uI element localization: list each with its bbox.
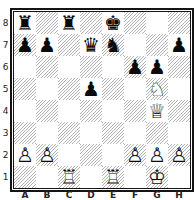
- square-c4: [58, 100, 80, 122]
- square-e1: ♜♖: [102, 166, 124, 188]
- square-f1: [124, 166, 146, 188]
- white-rook-e1: ♜♖: [102, 166, 124, 188]
- piece-glyph: ♟: [146, 56, 168, 78]
- piece-glyph: ♙: [124, 144, 146, 166]
- white-knight-g5: ♞♘: [146, 78, 168, 100]
- square-c3: [58, 122, 80, 144]
- square-f8: [124, 12, 146, 34]
- black-pawn-b7: ♟: [36, 34, 58, 56]
- square-e2: [102, 144, 124, 166]
- square-f4: [124, 100, 146, 122]
- white-pawn-h2: ♟♙: [168, 144, 190, 166]
- rank-label-7: 7: [0, 34, 11, 56]
- square-e8: ♚: [102, 12, 124, 34]
- square-e7: ♞: [102, 34, 124, 56]
- black-rook-c8: ♜: [58, 12, 80, 34]
- square-a8: ♜: [14, 12, 36, 34]
- white-pawn-g2: ♟♙: [146, 144, 168, 166]
- square-g5: ♞♘: [146, 78, 168, 100]
- piece-glyph: ♖: [102, 166, 124, 188]
- square-f7: [124, 34, 146, 56]
- square-a5: [14, 78, 36, 100]
- square-b2: ♟♙: [36, 144, 58, 166]
- square-d5: ♟: [80, 78, 102, 100]
- piece-glyph: ♕: [146, 100, 168, 122]
- square-a2: ♟♙: [14, 144, 36, 166]
- piece-glyph: ♔: [146, 166, 168, 188]
- piece-glyph: ♜: [58, 12, 80, 34]
- piece-glyph: ♟: [124, 56, 146, 78]
- rank-label-8: 8: [0, 12, 11, 34]
- white-king-g1: ♚♔: [146, 166, 168, 188]
- square-d8: [80, 12, 102, 34]
- rank-label-4: 4: [0, 100, 11, 122]
- rank-label-1: 1: [0, 166, 11, 188]
- white-pawn-a2: ♟♙: [14, 144, 36, 166]
- square-g8: [146, 12, 168, 34]
- file-label-e: E: [102, 191, 124, 200]
- square-e6: [102, 56, 124, 78]
- square-c7: [58, 34, 80, 56]
- square-e5: [102, 78, 124, 100]
- black-pawn-h7: ♟: [168, 34, 190, 56]
- square-d7: ♛: [80, 34, 102, 56]
- square-g7: [146, 34, 168, 56]
- square-c5: [58, 78, 80, 100]
- square-e4: [102, 100, 124, 122]
- square-h7: ♟: [168, 34, 190, 56]
- square-b4: [36, 100, 58, 122]
- file-label-g: G: [146, 191, 168, 200]
- black-pawn-a7: ♟: [14, 34, 36, 56]
- square-h1: [168, 166, 190, 188]
- piece-glyph: ♙: [146, 144, 168, 166]
- square-a3: [14, 122, 36, 144]
- white-pawn-b2: ♟♙: [36, 144, 58, 166]
- piece-glyph: ♙: [168, 144, 190, 166]
- square-h3: [168, 122, 190, 144]
- black-king-e8: ♚: [102, 12, 124, 34]
- square-g2: ♟♙: [146, 144, 168, 166]
- piece-glyph: ♘: [146, 78, 168, 100]
- square-d6: [80, 56, 102, 78]
- white-pawn-f2: ♟♙: [124, 144, 146, 166]
- black-knight-e7: ♞: [102, 34, 124, 56]
- square-f6: ♟: [124, 56, 146, 78]
- rank-label-2: 2: [0, 144, 11, 166]
- square-d1: [80, 166, 102, 188]
- square-h4: [168, 100, 190, 122]
- piece-glyph: ♟: [80, 78, 102, 100]
- file-labels: ABCDEFGH: [14, 191, 190, 200]
- file-label-d: D: [80, 191, 102, 200]
- square-f5: [124, 78, 146, 100]
- square-b3: [36, 122, 58, 144]
- piece-glyph: ♚: [102, 12, 124, 34]
- black-queen-d7: ♛: [80, 34, 102, 56]
- black-rook-a8: ♜: [14, 12, 36, 34]
- black-pawn-f6: ♟: [124, 56, 146, 78]
- piece-glyph: ♞: [102, 34, 124, 56]
- square-g4: ♛♕: [146, 100, 168, 122]
- square-f2: ♟♙: [124, 144, 146, 166]
- piece-glyph: ♙: [36, 144, 58, 166]
- square-f3: [124, 122, 146, 144]
- square-g1: ♚♔: [146, 166, 168, 188]
- square-a6: [14, 56, 36, 78]
- square-e3: [102, 122, 124, 144]
- white-queen-g4: ♛♕: [146, 100, 168, 122]
- square-c8: ♜: [58, 12, 80, 34]
- piece-glyph: ♖: [58, 166, 80, 188]
- square-h2: ♟♙: [168, 144, 190, 166]
- white-rook-c1: ♜♖: [58, 166, 80, 188]
- square-a1: [14, 166, 36, 188]
- square-g6: ♟: [146, 56, 168, 78]
- square-b1: [36, 166, 58, 188]
- square-c1: ♜♖: [58, 166, 80, 188]
- square-h8: [168, 12, 190, 34]
- black-pawn-d5: ♟: [80, 78, 102, 100]
- square-d2: [80, 144, 102, 166]
- square-a4: [14, 100, 36, 122]
- rank-label-5: 5: [0, 78, 11, 100]
- square-d3: [80, 122, 102, 144]
- rank-label-6: 6: [0, 56, 11, 78]
- file-label-a: A: [14, 191, 36, 200]
- square-g3: [146, 122, 168, 144]
- piece-glyph: ♙: [14, 144, 36, 166]
- square-b8: [36, 12, 58, 34]
- file-label-f: F: [124, 191, 146, 200]
- rank-label-3: 3: [0, 122, 11, 144]
- black-pawn-g6: ♟: [146, 56, 168, 78]
- file-label-h: H: [168, 191, 190, 200]
- square-c6: [58, 56, 80, 78]
- file-label-b: B: [36, 191, 58, 200]
- chess-board: ♜♜♚♟♟♛♞♟♟♟♟♞♘♛♕♟♙♟♙♟♙♟♙♟♙♜♖♜♖♚♔: [13, 11, 191, 189]
- square-b5: [36, 78, 58, 100]
- square-h5: [168, 78, 190, 100]
- chess-diagram-page: 87654321 ♜♜♚♟♟♛♞♟♟♟♟♞♘♛♕♟♙♟♙♟♙♟♙♟♙♜♖♜♖♚♔…: [0, 0, 196, 200]
- piece-glyph: ♜: [14, 12, 36, 34]
- piece-glyph: ♟: [168, 34, 190, 56]
- piece-glyph: ♛: [80, 34, 102, 56]
- square-c2: [58, 144, 80, 166]
- piece-glyph: ♟: [36, 34, 58, 56]
- square-b7: ♟: [36, 34, 58, 56]
- rank-labels: 87654321: [0, 12, 11, 188]
- square-b6: [36, 56, 58, 78]
- square-a7: ♟: [14, 34, 36, 56]
- square-h6: [168, 56, 190, 78]
- file-label-c: C: [58, 191, 80, 200]
- piece-glyph: ♟: [14, 34, 36, 56]
- square-d4: [80, 100, 102, 122]
